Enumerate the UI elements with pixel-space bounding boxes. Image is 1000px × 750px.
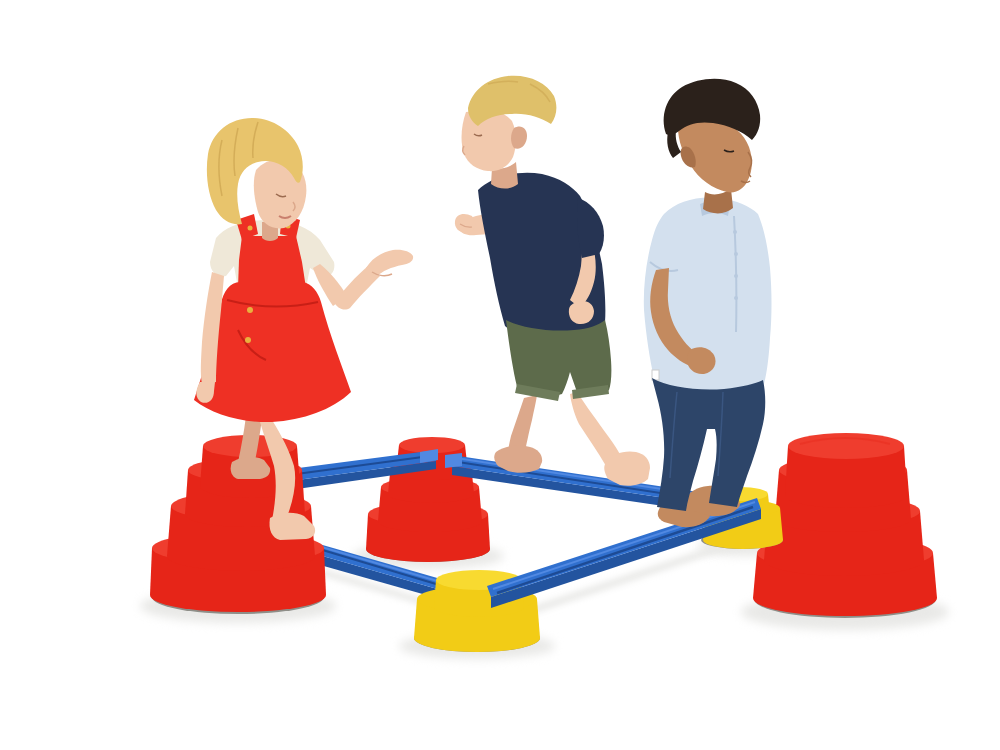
middle-boy-hair xyxy=(468,76,556,126)
middle-boy-ear xyxy=(511,126,527,148)
boy-middle xyxy=(455,76,650,486)
balance-course-scene xyxy=(0,0,1000,750)
boy-right xyxy=(644,79,772,527)
middle-boy-right-hand xyxy=(455,214,475,233)
middle-boy-shorts xyxy=(506,320,611,396)
right-boy-shirt-tag xyxy=(652,370,659,380)
middle-boy-face xyxy=(462,110,516,171)
rear-plank-clip xyxy=(445,453,462,468)
photo-stage xyxy=(0,0,1000,750)
middle-boy-near-leg xyxy=(570,392,622,466)
girl-dress-bib xyxy=(238,236,306,288)
